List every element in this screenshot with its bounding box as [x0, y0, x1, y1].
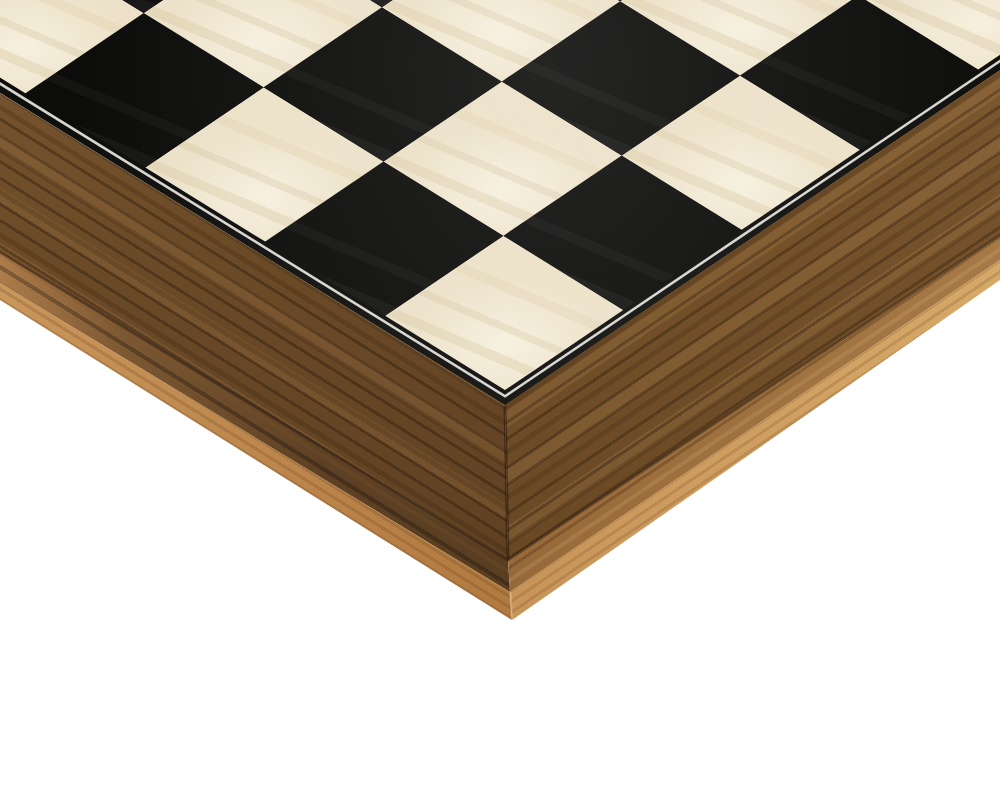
chessboard-photo: [0, 0, 1000, 800]
